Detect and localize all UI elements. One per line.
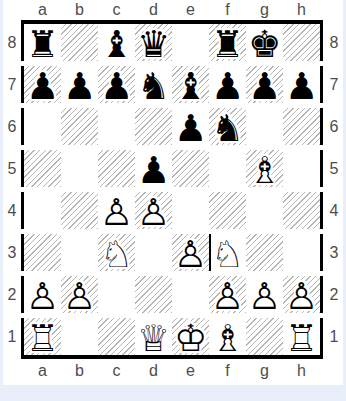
white-pawn-fill: ♟ — [283, 276, 320, 313]
rank-row-5: ♟♝♗ — [21, 150, 323, 187]
rank-labels-left: 87654321 — [3, 24, 21, 355]
square-d7[interactable]: ♞ — [135, 66, 172, 103]
square-g5[interactable]: ♝♗ — [246, 150, 283, 187]
square-g2[interactable]: ♟♙ — [246, 276, 283, 313]
black-knight: ♞ — [135, 66, 172, 103]
square-a6[interactable] — [24, 108, 61, 145]
white-pawn-fill: ♟ — [246, 276, 283, 313]
white-pawn: ♙ — [98, 192, 135, 229]
square-d3[interactable] — [135, 234, 172, 271]
square-h1[interactable]: ♜♖ — [283, 318, 320, 355]
black-pawn: ♟ — [61, 66, 98, 103]
white-pawn-fill: ♟ — [24, 276, 61, 313]
rank-label-left-7: 7 — [3, 66, 21, 103]
file-label-top-g: g — [246, 0, 283, 20]
white-king-fill: ♚ — [172, 318, 209, 355]
square-c6[interactable] — [98, 108, 135, 145]
square-a8[interactable]: ♜ — [24, 24, 61, 61]
black-knight: ♞ — [209, 108, 246, 145]
black-rook: ♜ — [209, 24, 246, 61]
square-b1[interactable] — [61, 318, 98, 355]
white-rook: ♖ — [24, 318, 61, 355]
white-rook: ♖ — [283, 318, 320, 355]
file-label-bottom-f: f — [209, 360, 246, 382]
rank-row-4: ♟♙♟♙ — [21, 192, 323, 229]
rank-label-right-3: 3 — [325, 234, 343, 271]
rank-row-6: ♟♞ — [21, 108, 323, 145]
black-pawn: ♟ — [24, 66, 61, 103]
rank-label-left-8: 8 — [3, 24, 21, 61]
rank-row-3: ♞♘♟♙♞♘ — [21, 234, 323, 271]
file-label-bottom-c: c — [98, 360, 135, 382]
white-pawn-fill: ♟ — [61, 276, 98, 313]
white-knight-fill: ♞ — [209, 234, 246, 271]
file-label-top-f: f — [209, 0, 246, 20]
square-h3[interactable] — [283, 234, 320, 271]
black-king: ♚ — [246, 24, 283, 61]
rank-row-1: ♜♖♛♕♚♔♝♗♜♖ — [21, 318, 323, 355]
file-label-bottom-b: b — [61, 360, 98, 382]
white-bishop-fill: ♝ — [209, 318, 246, 355]
black-pawn: ♟ — [172, 108, 209, 145]
rank-label-left-4: 4 — [3, 192, 21, 229]
white-rook-fill: ♜ — [24, 318, 61, 355]
black-pawn: ♟ — [98, 66, 135, 103]
file-label-bottom-e: e — [172, 360, 209, 382]
square-b2[interactable]: ♟♙ — [61, 276, 98, 313]
white-pawn: ♙ — [283, 276, 320, 313]
square-f7[interactable]: ♟ — [209, 66, 246, 103]
square-c8[interactable]: ♝ — [98, 24, 135, 61]
board-bottom-border — [21, 355, 323, 359]
square-f8[interactable]: ♜ — [209, 24, 246, 61]
file-label-bottom-h: h — [283, 360, 320, 382]
file-label-top-a: a — [24, 0, 61, 20]
square-g8[interactable]: ♚ — [246, 24, 283, 61]
file-label-top-h: h — [283, 0, 320, 20]
square-d5[interactable]: ♟ — [135, 150, 172, 187]
square-h8[interactable] — [283, 24, 320, 61]
white-pawn: ♙ — [24, 276, 61, 313]
square-a1[interactable]: ♜♖ — [24, 318, 61, 355]
black-pawn: ♟ — [209, 66, 246, 103]
square-c3[interactable]: ♞♘ — [98, 234, 135, 271]
square-b7[interactable]: ♟ — [61, 66, 98, 103]
square-a4[interactable] — [24, 192, 61, 229]
square-c5[interactable] — [98, 150, 135, 187]
square-e7[interactable]: ♝ — [172, 66, 209, 103]
square-a5[interactable] — [24, 150, 61, 187]
square-d2[interactable] — [135, 276, 172, 313]
square-e3[interactable]: ♟♙ — [172, 234, 209, 271]
rank-label-right-1: 1 — [325, 318, 343, 355]
white-pawn-fill: ♟ — [209, 276, 246, 313]
square-h4[interactable] — [283, 192, 320, 229]
file-labels-bottom: abcdefgh — [24, 360, 320, 382]
file-labels-top: abcdefgh — [24, 0, 320, 20]
square-a3[interactable] — [24, 234, 61, 271]
square-f1[interactable]: ♝♗ — [209, 318, 246, 355]
white-knight: ♘ — [98, 234, 135, 271]
file-label-bottom-g: g — [246, 360, 283, 382]
black-bishop: ♝ — [172, 66, 209, 103]
diagram-panel: abcdefgh 87654321 ♜♝♛♜♚♟♟♟♞♝♟♟♟♟♞♟♝♗♟♙♟♙… — [3, 0, 343, 385]
square-b4[interactable] — [61, 192, 98, 229]
square-h7[interactable]: ♟ — [283, 66, 320, 103]
rank-label-right-2: 2 — [325, 276, 343, 313]
black-bishop: ♝ — [98, 24, 135, 61]
file-label-bottom-a: a — [24, 360, 61, 382]
square-g4[interactable] — [246, 192, 283, 229]
square-a7[interactable]: ♟ — [24, 66, 61, 103]
white-bishop: ♗ — [246, 150, 283, 187]
square-c4[interactable]: ♟♙ — [98, 192, 135, 229]
file-label-top-c: c — [98, 0, 135, 20]
square-f2[interactable]: ♟♙ — [209, 276, 246, 313]
black-pawn: ♟ — [283, 66, 320, 103]
black-pawn: ♟ — [135, 150, 172, 187]
square-c7[interactable]: ♟ — [98, 66, 135, 103]
square-b5[interactable] — [61, 150, 98, 187]
white-queen: ♕ — [135, 318, 172, 355]
black-pawn: ♟ — [246, 66, 283, 103]
square-c2[interactable] — [98, 276, 135, 313]
white-pawn: ♙ — [61, 276, 98, 313]
white-pawn: ♙ — [172, 234, 209, 271]
square-h2[interactable]: ♟♙ — [283, 276, 320, 313]
file-label-top-b: b — [61, 0, 98, 20]
rank-label-right-6: 6 — [325, 108, 343, 145]
rank-label-right-7: 7 — [325, 66, 343, 103]
square-d8[interactable]: ♛ — [135, 24, 172, 61]
square-b3[interactable] — [61, 234, 98, 271]
black-rook: ♜ — [24, 24, 61, 61]
white-knight: ♘ — [209, 234, 246, 271]
square-e2[interactable] — [172, 276, 209, 313]
square-a2[interactable]: ♟♙ — [24, 276, 61, 313]
square-d1[interactable]: ♛♕ — [135, 318, 172, 355]
rank-row-2: ♟♙♟♙♟♙♟♙♟♙ — [21, 276, 323, 313]
chess-board: ♜♝♛♜♚♟♟♟♞♝♟♟♟♟♞♟♝♗♟♙♟♙♞♘♟♙♞♘♟♙♟♙♟♙♟♙♟♙♜♖… — [21, 24, 323, 355]
rank-label-right-5: 5 — [325, 150, 343, 187]
white-pawn: ♙ — [246, 276, 283, 313]
white-pawn: ♙ — [209, 276, 246, 313]
square-h5[interactable] — [283, 150, 320, 187]
rank-label-left-3: 3 — [3, 234, 21, 271]
rank-label-left-6: 6 — [3, 108, 21, 145]
rank-label-left-1: 1 — [3, 318, 21, 355]
rank-label-right-4: 4 — [325, 192, 343, 229]
square-b6[interactable] — [61, 108, 98, 145]
square-e4[interactable] — [172, 192, 209, 229]
file-label-top-d: d — [135, 0, 172, 20]
file-label-top-e: e — [172, 0, 209, 20]
white-pawn: ♙ — [135, 192, 172, 229]
rank-label-right-8: 8 — [325, 24, 343, 61]
square-d6[interactable] — [135, 108, 172, 145]
square-g6[interactable] — [246, 108, 283, 145]
square-g3[interactable] — [246, 234, 283, 271]
square-e1[interactable]: ♚♔ — [172, 318, 209, 355]
square-e8[interactable] — [172, 24, 209, 61]
square-e6[interactable]: ♟ — [172, 108, 209, 145]
white-bishop: ♗ — [209, 318, 246, 355]
square-f3[interactable]: ♞♘ — [209, 234, 246, 271]
square-h6[interactable] — [283, 108, 320, 145]
square-g1[interactable] — [246, 318, 283, 355]
rank-row-8: ♜♝♛♜♚ — [21, 24, 323, 61]
white-queen-fill: ♛ — [135, 318, 172, 355]
white-rook-fill: ♜ — [283, 318, 320, 355]
square-d4[interactable]: ♟♙ — [135, 192, 172, 229]
white-king: ♔ — [172, 318, 209, 355]
square-b8[interactable] — [61, 24, 98, 61]
rank-row-7: ♟♟♟♞♝♟♟♟ — [21, 66, 323, 103]
rank-labels-right: 87654321 — [325, 24, 343, 355]
white-bishop-fill: ♝ — [246, 150, 283, 187]
square-f5[interactable] — [209, 150, 246, 187]
rank-label-left-5: 5 — [3, 150, 21, 187]
square-f4[interactable] — [209, 192, 246, 229]
rank-label-left-2: 2 — [3, 276, 21, 313]
white-pawn-fill: ♟ — [172, 234, 209, 271]
white-pawn-fill: ♟ — [135, 192, 172, 229]
square-g7[interactable]: ♟ — [246, 66, 283, 103]
square-e5[interactable] — [172, 150, 209, 187]
black-queen: ♛ — [135, 24, 172, 61]
white-pawn-fill: ♟ — [98, 192, 135, 229]
file-label-bottom-d: d — [135, 360, 172, 382]
square-f6[interactable]: ♞ — [209, 108, 246, 145]
white-knight-fill: ♞ — [98, 234, 135, 271]
square-c1[interactable] — [98, 318, 135, 355]
